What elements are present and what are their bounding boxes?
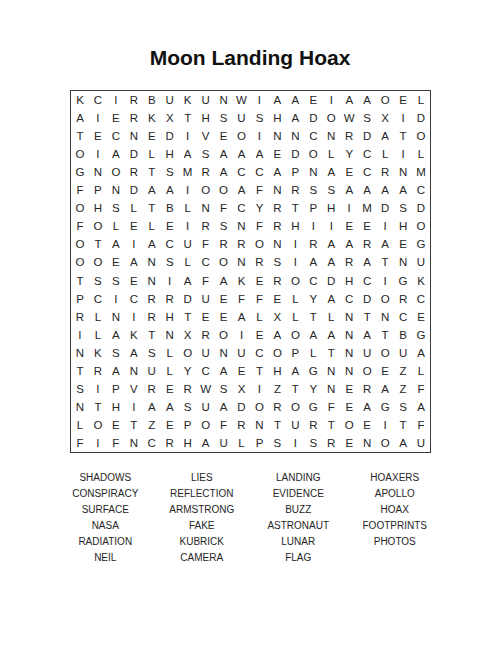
- grid-cell-r8c15[interactable]: I: [322, 217, 340, 235]
- grid-cell-r3c18[interactable]: A: [376, 127, 394, 145]
- grid-cell-r11c1[interactable]: T: [71, 271, 89, 289]
- grid-cell-r6c3[interactable]: N: [107, 181, 125, 199]
- grid-cell-r17c18[interactable]: A: [376, 380, 394, 398]
- grid-cell-r17c3[interactable]: P: [107, 380, 125, 398]
- grid-cell-r3c17[interactable]: D: [358, 127, 376, 145]
- grid-cell-r17c8[interactable]: W: [197, 380, 215, 398]
- grid-cell-r16c5[interactable]: U: [143, 362, 161, 380]
- grid-cell-r5c14[interactable]: N: [304, 163, 322, 181]
- grid-cell-r4c2[interactable]: I: [89, 145, 107, 163]
- grid-cell-r7c5[interactable]: T: [143, 199, 161, 217]
- grid-cell-r1c5[interactable]: B: [143, 91, 161, 109]
- grid-cell-r5c8[interactable]: R: [197, 163, 215, 181]
- grid-cell-r13c12[interactable]: X: [268, 308, 286, 326]
- grid-cell-r2c1[interactable]: A: [71, 109, 89, 127]
- grid-cell-r16c12[interactable]: H: [268, 362, 286, 380]
- grid-cell-r2c2[interactable]: I: [89, 109, 107, 127]
- grid-cell-r10c13[interactable]: I: [286, 253, 304, 271]
- grid-cell-r18c9[interactable]: A: [215, 398, 233, 416]
- grid-cell-r1c14[interactable]: E: [304, 91, 322, 109]
- grid-cell-r2c18[interactable]: X: [376, 109, 394, 127]
- grid-cell-r18c5[interactable]: A: [143, 398, 161, 416]
- grid-cell-r9c15[interactable]: A: [322, 235, 340, 253]
- grid-cell-r4c4[interactable]: D: [125, 145, 143, 163]
- grid-cell-r6c7[interactable]: I: [179, 181, 197, 199]
- grid-cell-r5c6[interactable]: S: [161, 163, 179, 181]
- grid-cell-r6c11[interactable]: F: [251, 181, 269, 199]
- grid-cell-r2c6[interactable]: X: [161, 109, 179, 127]
- grid-cell-r6c16[interactable]: A: [340, 181, 358, 199]
- grid-cell-r16c16[interactable]: N: [340, 362, 358, 380]
- grid-cell-r15c18[interactable]: O: [376, 344, 394, 362]
- grid-cell-r18c6[interactable]: A: [161, 398, 179, 416]
- grid-cell-r2c5[interactable]: K: [143, 109, 161, 127]
- grid-cell-r14c13[interactable]: O: [286, 326, 304, 344]
- grid-cell-r6c1[interactable]: F: [71, 181, 89, 199]
- grid-cell-r4c18[interactable]: L: [376, 145, 394, 163]
- grid-cell-r8c13[interactable]: H: [286, 217, 304, 235]
- grid-cell-r10c1[interactable]: O: [71, 253, 89, 271]
- grid-cell-r5c11[interactable]: C: [251, 163, 269, 181]
- grid-cell-r19c14[interactable]: R: [304, 416, 322, 434]
- grid-cell-r17c11[interactable]: I: [251, 380, 269, 398]
- grid-cell-r2c12[interactable]: H: [268, 109, 286, 127]
- grid-cell-r15c20[interactable]: A: [412, 344, 430, 362]
- grid-cell-r9c17[interactable]: R: [358, 235, 376, 253]
- grid-cell-r3c2[interactable]: E: [89, 127, 107, 145]
- grid-cell-r18c18[interactable]: G: [376, 398, 394, 416]
- grid-cell-r13c15[interactable]: L: [322, 308, 340, 326]
- grid-cell-r1c15[interactable]: I: [322, 91, 340, 109]
- grid-cell-r4c13[interactable]: D: [286, 145, 304, 163]
- grid-cell-r10c10[interactable]: N: [233, 253, 251, 271]
- grid-cell-r16c3[interactable]: A: [107, 362, 125, 380]
- grid-cell-r7c9[interactable]: F: [215, 199, 233, 217]
- grid-cell-r18c8[interactable]: U: [197, 398, 215, 416]
- grid-cell-r19c17[interactable]: E: [358, 416, 376, 434]
- grid-cell-r8c1[interactable]: F: [71, 217, 89, 235]
- grid-cell-r13c19[interactable]: C: [394, 308, 412, 326]
- grid-cell-r1c11[interactable]: I: [251, 91, 269, 109]
- grid-cell-r9c11[interactable]: O: [251, 235, 269, 253]
- grid-cell-r2c20[interactable]: D: [412, 109, 430, 127]
- grid-cell-r5c16[interactable]: E: [340, 163, 358, 181]
- grid-cell-r11c5[interactable]: N: [143, 271, 161, 289]
- grid-cell-r13c18[interactable]: N: [376, 308, 394, 326]
- grid-cell-r19c13[interactable]: U: [286, 416, 304, 434]
- grid-cell-r14c15[interactable]: A: [322, 326, 340, 344]
- grid-cell-r8c12[interactable]: R: [268, 217, 286, 235]
- grid-cell-r1c4[interactable]: R: [125, 91, 143, 109]
- grid-cell-r2c13[interactable]: A: [286, 109, 304, 127]
- grid-cell-r8c16[interactable]: E: [340, 217, 358, 235]
- grid-cell-r19c15[interactable]: T: [322, 416, 340, 434]
- grid-cell-r16c20[interactable]: L: [412, 362, 430, 380]
- grid-cell-r4c19[interactable]: I: [394, 145, 412, 163]
- grid-cell-r20c15[interactable]: R: [322, 434, 340, 452]
- grid-cell-r4c10[interactable]: A: [233, 145, 251, 163]
- grid-cell-r10c9[interactable]: O: [215, 253, 233, 271]
- grid-cell-r7c17[interactable]: M: [358, 199, 376, 217]
- grid-cell-r6c6[interactable]: A: [161, 181, 179, 199]
- grid-cell-r18c15[interactable]: F: [322, 398, 340, 416]
- grid-cell-r3c10[interactable]: O: [233, 127, 251, 145]
- grid-cell-r3c19[interactable]: T: [394, 127, 412, 145]
- grid-cell-r10c16[interactable]: R: [340, 253, 358, 271]
- grid-cell-r4c16[interactable]: Y: [340, 145, 358, 163]
- grid-cell-r13c6[interactable]: H: [161, 308, 179, 326]
- grid-cell-r14c6[interactable]: N: [161, 326, 179, 344]
- grid-cell-r8c11[interactable]: F: [251, 217, 269, 235]
- grid-cell-r9c1[interactable]: O: [71, 235, 89, 253]
- grid-cell-r18c10[interactable]: D: [233, 398, 251, 416]
- grid-cell-r5c20[interactable]: M: [412, 163, 430, 181]
- grid-cell-r19c9[interactable]: F: [215, 416, 233, 434]
- grid-cell-r3c1[interactable]: T: [71, 127, 89, 145]
- grid-cell-r14c8[interactable]: R: [197, 326, 215, 344]
- grid-cell-r4c12[interactable]: E: [268, 145, 286, 163]
- grid-cell-r11c15[interactable]: D: [322, 271, 340, 289]
- grid-cell-r20c14[interactable]: S: [304, 434, 322, 452]
- grid-cell-r11c3[interactable]: S: [107, 271, 125, 289]
- grid-cell-r4c8[interactable]: S: [197, 145, 215, 163]
- grid-cell-r16c8[interactable]: C: [197, 362, 215, 380]
- grid-cell-r1c3[interactable]: I: [107, 91, 125, 109]
- grid-cell-r11c4[interactable]: E: [125, 271, 143, 289]
- grid-cell-r8c2[interactable]: O: [89, 217, 107, 235]
- grid-cell-r17c12[interactable]: Z: [268, 380, 286, 398]
- grid-cell-r15c15[interactable]: T: [322, 344, 340, 362]
- grid-cell-r18c3[interactable]: H: [107, 398, 125, 416]
- grid-cell-r3c6[interactable]: D: [161, 127, 179, 145]
- grid-cell-r11c13[interactable]: O: [286, 271, 304, 289]
- grid-cell-r2c11[interactable]: S: [251, 109, 269, 127]
- grid-cell-r11c19[interactable]: G: [394, 271, 412, 289]
- grid-cell-r17c1[interactable]: S: [71, 380, 89, 398]
- grid-cell-r15c14[interactable]: L: [304, 344, 322, 362]
- grid-cell-r14c9[interactable]: O: [215, 326, 233, 344]
- grid-cell-r17c9[interactable]: S: [215, 380, 233, 398]
- grid-cell-r18c20[interactable]: A: [412, 398, 430, 416]
- grid-cell-r20c6[interactable]: R: [161, 434, 179, 452]
- grid-cell-r19c19[interactable]: T: [394, 416, 412, 434]
- grid-cell-r2c9[interactable]: S: [215, 109, 233, 127]
- grid-cell-r4c1[interactable]: O: [71, 145, 89, 163]
- grid-cell-r7c18[interactable]: D: [376, 199, 394, 217]
- grid-cell-r14c4[interactable]: K: [125, 326, 143, 344]
- grid-cell-r13c13[interactable]: L: [286, 308, 304, 326]
- grid-cell-r17c2[interactable]: I: [89, 380, 107, 398]
- grid-cell-r19c20[interactable]: F: [412, 416, 430, 434]
- grid-cell-r17c4[interactable]: V: [125, 380, 143, 398]
- grid-cell-r6c14[interactable]: S: [304, 181, 322, 199]
- grid-cell-r8c19[interactable]: H: [394, 217, 412, 235]
- grid-cell-r3c9[interactable]: E: [215, 127, 233, 145]
- grid-cell-r3c7[interactable]: I: [179, 127, 197, 145]
- grid-cell-r19c4[interactable]: T: [125, 416, 143, 434]
- grid-cell-r20c9[interactable]: U: [215, 434, 233, 452]
- grid-cell-r5c13[interactable]: P: [286, 163, 304, 181]
- grid-cell-r2c8[interactable]: H: [197, 109, 215, 127]
- grid-cell-r12c10[interactable]: F: [233, 290, 251, 308]
- grid-cell-r12c9[interactable]: E: [215, 290, 233, 308]
- grid-cell-r2c7[interactable]: T: [179, 109, 197, 127]
- grid-cell-r11c12[interactable]: R: [268, 271, 286, 289]
- grid-cell-r13c4[interactable]: I: [125, 308, 143, 326]
- grid-cell-r17c20[interactable]: F: [412, 380, 430, 398]
- grid-cell-r3c3[interactable]: C: [107, 127, 125, 145]
- grid-cell-r9c3[interactable]: A: [107, 235, 125, 253]
- grid-cell-r13c3[interactable]: N: [107, 308, 125, 326]
- grid-cell-r18c4[interactable]: I: [125, 398, 143, 416]
- grid-cell-r15c3[interactable]: S: [107, 344, 125, 362]
- grid-cell-r7c20[interactable]: D: [412, 199, 430, 217]
- grid-cell-r17c6[interactable]: E: [161, 380, 179, 398]
- grid-cell-r9c7[interactable]: U: [179, 235, 197, 253]
- grid-cell-r6c18[interactable]: A: [376, 181, 394, 199]
- grid-cell-r10c4[interactable]: A: [125, 253, 143, 271]
- grid-cell-r15c17[interactable]: U: [358, 344, 376, 362]
- grid-cell-r12c5[interactable]: R: [143, 290, 161, 308]
- grid-cell-r1c18[interactable]: O: [376, 91, 394, 109]
- grid-cell-r2c14[interactable]: D: [304, 109, 322, 127]
- grid-cell-r6c17[interactable]: A: [358, 181, 376, 199]
- grid-cell-r5c7[interactable]: M: [179, 163, 197, 181]
- grid-cell-r1c1[interactable]: K: [71, 91, 89, 109]
- grid-cell-r16c17[interactable]: O: [358, 362, 376, 380]
- grid-cell-r4c9[interactable]: A: [215, 145, 233, 163]
- grid-cell-r13c2[interactable]: L: [89, 308, 107, 326]
- grid-cell-r18c12[interactable]: R: [268, 398, 286, 416]
- grid-cell-r10c18[interactable]: T: [376, 253, 394, 271]
- grid-cell-r11c9[interactable]: A: [215, 271, 233, 289]
- grid-cell-r6c2[interactable]: P: [89, 181, 107, 199]
- grid-cell-r16c10[interactable]: E: [233, 362, 251, 380]
- grid-cell-r14c11[interactable]: E: [251, 326, 269, 344]
- grid-cell-r10c2[interactable]: O: [89, 253, 107, 271]
- grid-cell-r13c11[interactable]: L: [251, 308, 269, 326]
- grid-cell-r4c20[interactable]: L: [412, 145, 430, 163]
- grid-cell-r7c2[interactable]: H: [89, 199, 107, 217]
- grid-cell-r9c9[interactable]: R: [215, 235, 233, 253]
- grid-cell-r3c16[interactable]: R: [340, 127, 358, 145]
- grid-cell-r15c8[interactable]: U: [197, 344, 215, 362]
- grid-cell-r4c15[interactable]: L: [322, 145, 340, 163]
- grid-cell-r8c6[interactable]: E: [161, 217, 179, 235]
- grid-cell-r15c7[interactable]: O: [179, 344, 197, 362]
- grid-cell-r2c3[interactable]: E: [107, 109, 125, 127]
- grid-cell-r20c4[interactable]: N: [125, 434, 143, 452]
- grid-cell-r9c12[interactable]: N: [268, 235, 286, 253]
- grid-cell-r20c13[interactable]: I: [286, 434, 304, 452]
- grid-cell-r20c3[interactable]: F: [107, 434, 125, 452]
- grid-cell-r17c5[interactable]: R: [143, 380, 161, 398]
- grid-cell-r18c19[interactable]: S: [394, 398, 412, 416]
- grid-cell-r9c20[interactable]: G: [412, 235, 430, 253]
- grid-cell-r16c11[interactable]: T: [251, 362, 269, 380]
- grid-cell-r8c18[interactable]: I: [376, 217, 394, 235]
- grid-cell-r20c19[interactable]: A: [394, 434, 412, 452]
- grid-cell-r19c1[interactable]: L: [71, 416, 89, 434]
- grid-cell-r14c1[interactable]: I: [71, 326, 89, 344]
- grid-cell-r16c4[interactable]: N: [125, 362, 143, 380]
- grid-cell-r5c2[interactable]: N: [89, 163, 107, 181]
- grid-cell-r14c10[interactable]: I: [233, 326, 251, 344]
- grid-cell-r6c5[interactable]: A: [143, 181, 161, 199]
- grid-cell-r14c2[interactable]: L: [89, 326, 107, 344]
- grid-cell-r9c4[interactable]: I: [125, 235, 143, 253]
- grid-cell-r11c16[interactable]: H: [340, 271, 358, 289]
- grid-cell-r19c11[interactable]: N: [251, 416, 269, 434]
- grid-cell-r5c5[interactable]: T: [143, 163, 161, 181]
- grid-cell-r3c8[interactable]: V: [197, 127, 215, 145]
- grid-cell-r1c10[interactable]: W: [233, 91, 251, 109]
- grid-cell-r12c8[interactable]: U: [197, 290, 215, 308]
- grid-cell-r17c10[interactable]: X: [233, 380, 251, 398]
- grid-cell-r12c15[interactable]: A: [322, 290, 340, 308]
- grid-cell-r7c15[interactable]: H: [322, 199, 340, 217]
- grid-cell-r7c3[interactable]: S: [107, 199, 125, 217]
- grid-cell-r6c15[interactable]: S: [322, 181, 340, 199]
- grid-cell-r15c19[interactable]: U: [394, 344, 412, 362]
- grid-cell-r2c17[interactable]: S: [358, 109, 376, 127]
- grid-cell-r14c3[interactable]: A: [107, 326, 125, 344]
- grid-cell-r10c19[interactable]: N: [394, 253, 412, 271]
- grid-cell-r11c8[interactable]: F: [197, 271, 215, 289]
- grid-cell-r18c2[interactable]: T: [89, 398, 107, 416]
- grid-cell-r7c7[interactable]: L: [179, 199, 197, 217]
- grid-cell-r8c5[interactable]: L: [143, 217, 161, 235]
- grid-cell-r12c18[interactable]: O: [376, 290, 394, 308]
- grid-cell-r10c11[interactable]: R: [251, 253, 269, 271]
- grid-cell-r9c16[interactable]: A: [340, 235, 358, 253]
- grid-cell-r1c7[interactable]: K: [179, 91, 197, 109]
- grid-cell-r12c20[interactable]: C: [412, 290, 430, 308]
- grid-cell-r2c10[interactable]: U: [233, 109, 251, 127]
- grid-cell-r4c7[interactable]: A: [179, 145, 197, 163]
- grid-cell-r12c1[interactable]: P: [71, 290, 89, 308]
- grid-cell-r16c19[interactable]: Z: [394, 362, 412, 380]
- grid-cell-r7c14[interactable]: P: [304, 199, 322, 217]
- grid-cell-r17c19[interactable]: Z: [394, 380, 412, 398]
- grid-cell-r3c12[interactable]: N: [268, 127, 286, 145]
- grid-cell-r13c14[interactable]: T: [304, 308, 322, 326]
- grid-cell-r19c8[interactable]: O: [197, 416, 215, 434]
- grid-cell-r5c1[interactable]: G: [71, 163, 89, 181]
- grid-cell-r12c14[interactable]: Y: [304, 290, 322, 308]
- grid-cell-r4c14[interactable]: O: [304, 145, 322, 163]
- grid-cell-r14c17[interactable]: A: [358, 326, 376, 344]
- grid-cell-r7c12[interactable]: R: [268, 199, 286, 217]
- grid-cell-r4c17[interactable]: C: [358, 145, 376, 163]
- grid-cell-r11c17[interactable]: C: [358, 271, 376, 289]
- grid-cell-r20c2[interactable]: I: [89, 434, 107, 452]
- grid-cell-r8c20[interactable]: O: [412, 217, 430, 235]
- grid-cell-r1c12[interactable]: A: [268, 91, 286, 109]
- grid-cell-r10c20[interactable]: U: [412, 253, 430, 271]
- grid-cell-r13c5[interactable]: R: [143, 308, 161, 326]
- grid-cell-r17c17[interactable]: R: [358, 380, 376, 398]
- grid-cell-r5c15[interactable]: A: [322, 163, 340, 181]
- grid-cell-r18c11[interactable]: O: [251, 398, 269, 416]
- grid-cell-r7c11[interactable]: Y: [251, 199, 269, 217]
- grid-cell-r19c7[interactable]: P: [179, 416, 197, 434]
- grid-cell-r18c7[interactable]: S: [179, 398, 197, 416]
- grid-cell-r11c18[interactable]: I: [376, 271, 394, 289]
- grid-cell-r15c1[interactable]: N: [71, 344, 89, 362]
- grid-cell-r10c5[interactable]: N: [143, 253, 161, 271]
- grid-cell-r14c14[interactable]: A: [304, 326, 322, 344]
- grid-cell-r7c13[interactable]: T: [286, 199, 304, 217]
- grid-cell-r12c12[interactable]: E: [268, 290, 286, 308]
- grid-cell-r19c6[interactable]: E: [161, 416, 179, 434]
- grid-cell-r19c10[interactable]: R: [233, 416, 251, 434]
- grid-cell-r8c17[interactable]: E: [358, 217, 376, 235]
- grid-cell-r17c13[interactable]: T: [286, 380, 304, 398]
- grid-cell-r20c17[interactable]: N: [358, 434, 376, 452]
- grid-cell-r20c11[interactable]: P: [251, 434, 269, 452]
- grid-cell-r5c3[interactable]: O: [107, 163, 125, 181]
- grid-cell-r8c14[interactable]: I: [304, 217, 322, 235]
- grid-cell-r6c19[interactable]: A: [394, 181, 412, 199]
- grid-cell-r18c13[interactable]: O: [286, 398, 304, 416]
- grid-cell-r20c16[interactable]: E: [340, 434, 358, 452]
- grid-cell-r11c2[interactable]: S: [89, 271, 107, 289]
- grid-cell-r3c20[interactable]: O: [412, 127, 430, 145]
- grid-cell-r15c4[interactable]: A: [125, 344, 143, 362]
- grid-cell-r9c14[interactable]: R: [304, 235, 322, 253]
- grid-cell-r14c12[interactable]: A: [268, 326, 286, 344]
- grid-cell-r15c16[interactable]: N: [340, 344, 358, 362]
- grid-cell-r16c7[interactable]: Y: [179, 362, 197, 380]
- grid-cell-r20c18[interactable]: O: [376, 434, 394, 452]
- grid-cell-r2c16[interactable]: W: [340, 109, 358, 127]
- grid-cell-r3c14[interactable]: C: [304, 127, 322, 145]
- grid-cell-r12c19[interactable]: R: [394, 290, 412, 308]
- grid-cell-r18c16[interactable]: E: [340, 398, 358, 416]
- grid-cell-r8c9[interactable]: S: [215, 217, 233, 235]
- grid-cell-r14c20[interactable]: G: [412, 326, 430, 344]
- grid-cell-r17c16[interactable]: E: [340, 380, 358, 398]
- grid-cell-r8c3[interactable]: L: [107, 217, 125, 235]
- grid-cell-r8c10[interactable]: N: [233, 217, 251, 235]
- grid-cell-r5c12[interactable]: A: [268, 163, 286, 181]
- grid-cell-r6c13[interactable]: R: [286, 181, 304, 199]
- grid-cell-r11c14[interactable]: C: [304, 271, 322, 289]
- grid-cell-r4c3[interactable]: A: [107, 145, 125, 163]
- grid-cell-r10c15[interactable]: A: [322, 253, 340, 271]
- grid-cell-r1c16[interactable]: A: [340, 91, 358, 109]
- grid-cell-r16c14[interactable]: G: [304, 362, 322, 380]
- grid-cell-r16c6[interactable]: L: [161, 362, 179, 380]
- grid-cell-r12c11[interactable]: F: [251, 290, 269, 308]
- grid-cell-r17c14[interactable]: Y: [304, 380, 322, 398]
- grid-cell-r13c7[interactable]: T: [179, 308, 197, 326]
- grid-cell-r7c4[interactable]: L: [125, 199, 143, 217]
- grid-cell-r1c13[interactable]: A: [286, 91, 304, 109]
- grid-cell-r2c15[interactable]: O: [322, 109, 340, 127]
- grid-cell-r11c7[interactable]: A: [179, 271, 197, 289]
- grid-cell-r12c7[interactable]: D: [179, 290, 197, 308]
- grid-cell-r7c1[interactable]: O: [71, 199, 89, 217]
- grid-cell-r6c10[interactable]: A: [233, 181, 251, 199]
- grid-cell-r5c4[interactable]: R: [125, 163, 143, 181]
- grid-cell-r9c18[interactable]: A: [376, 235, 394, 253]
- grid-cell-r1c17[interactable]: A: [358, 91, 376, 109]
- grid-cell-r5c19[interactable]: N: [394, 163, 412, 181]
- grid-cell-r1c20[interactable]: L: [412, 91, 430, 109]
- grid-cell-r20c20[interactable]: U: [412, 434, 430, 452]
